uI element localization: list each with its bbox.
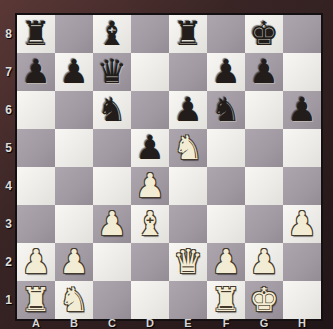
square-c3[interactable]: ♟ [93,205,131,243]
file-label-a: A [17,317,55,329]
piece-white-pawn-d4[interactable]: ♟ [131,167,169,205]
square-d4[interactable]: ♟ [131,167,169,205]
square-b2[interactable]: ♟ [55,243,93,281]
square-h2[interactable] [283,243,321,281]
piece-white-pawn-c3[interactable]: ♟ [93,205,131,243]
file-label-f: F [207,317,245,329]
square-f2[interactable]: ♟ [207,243,245,281]
square-e8[interactable]: ♜ [169,15,207,53]
file-label-h: H [283,317,321,329]
square-h5[interactable] [283,129,321,167]
rank-label-3: 3 [0,205,17,243]
square-a3[interactable] [17,205,55,243]
piece-white-king-g1[interactable]: ♚ [245,281,283,319]
square-g5[interactable] [245,129,283,167]
square-b4[interactable] [55,167,93,205]
square-f8[interactable] [207,15,245,53]
square-d8[interactable] [131,15,169,53]
square-d5[interactable]: ♟ [131,129,169,167]
piece-black-pawn-d5[interactable]: ♟ [131,129,169,167]
square-e7[interactable] [169,53,207,91]
square-a2[interactable]: ♟ [17,243,55,281]
piece-black-pawn-a7[interactable]: ♟ [17,53,55,91]
piece-white-pawn-f2[interactable]: ♟ [207,243,245,281]
square-d1[interactable] [131,281,169,319]
square-h8[interactable] [283,15,321,53]
square-g3[interactable] [245,205,283,243]
square-a7[interactable]: ♟ [17,53,55,91]
square-h3[interactable]: ♟ [283,205,321,243]
piece-black-queen-c7[interactable]: ♛ [93,53,131,91]
file-label-e: E [169,317,207,329]
square-f4[interactable] [207,167,245,205]
square-a4[interactable] [17,167,55,205]
square-g2[interactable]: ♟ [245,243,283,281]
piece-black-knight-c6[interactable]: ♞ [93,91,131,129]
file-label-b: B [55,317,93,329]
square-g4[interactable] [245,167,283,205]
piece-white-queen-e2[interactable]: ♛ [169,243,207,281]
rank-label-4: 4 [0,167,17,205]
square-g8[interactable]: ♚ [245,15,283,53]
file-label-c: C [93,317,131,329]
square-e3[interactable] [169,205,207,243]
chess-board: ♜♝♜♚♟♟♛♟♟♞♟♞♟♟♞♟♟♝♟♟♟♛♟♟♜♞♜♚ [17,15,321,319]
square-b7[interactable]: ♟ [55,53,93,91]
rank-label-8: 8 [0,15,17,53]
square-c2[interactable] [93,243,131,281]
piece-white-rook-a1[interactable]: ♜ [17,281,55,319]
piece-black-king-g8[interactable]: ♚ [245,15,283,53]
square-e6[interactable]: ♟ [169,91,207,129]
square-b8[interactable] [55,15,93,53]
square-h1[interactable] [283,281,321,319]
square-d7[interactable] [131,53,169,91]
square-g6[interactable] [245,91,283,129]
chess-app-window: 87654321 ♜♝♜♚♟♟♛♟♟♞♟♞♟♟♞♟♟♝♟♟♟♛♟♟♜♞♜♚ AB… [0,0,333,329]
square-c4[interactable] [93,167,131,205]
piece-white-pawn-g2[interactable]: ♟ [245,243,283,281]
piece-white-rook-f1[interactable]: ♜ [207,281,245,319]
square-b5[interactable] [55,129,93,167]
square-f5[interactable] [207,129,245,167]
square-c7[interactable]: ♛ [93,53,131,91]
piece-black-pawn-e6[interactable]: ♟ [169,91,207,129]
square-c1[interactable] [93,281,131,319]
rank-label-1: 1 [0,281,17,319]
piece-white-bishop-d3[interactable]: ♝ [131,205,169,243]
piece-black-pawn-h6[interactable]: ♟ [283,91,321,129]
rank-label-column: 87654321 [0,15,17,319]
square-b3[interactable] [55,205,93,243]
rank-label-5: 5 [0,129,17,167]
piece-black-bishop-c8[interactable]: ♝ [93,15,131,53]
piece-black-rook-e8[interactable]: ♜ [169,15,207,53]
rank-label-7: 7 [0,53,17,91]
piece-black-pawn-f7[interactable]: ♟ [207,53,245,91]
square-f1[interactable]: ♜ [207,281,245,319]
square-e4[interactable] [169,167,207,205]
square-d2[interactable] [131,243,169,281]
square-a5[interactable] [17,129,55,167]
square-d3[interactable]: ♝ [131,205,169,243]
piece-white-pawn-h3[interactable]: ♟ [283,205,321,243]
square-c8[interactable]: ♝ [93,15,131,53]
square-b6[interactable] [55,91,93,129]
rank-label-2: 2 [0,243,17,281]
square-f7[interactable]: ♟ [207,53,245,91]
square-a6[interactable] [17,91,55,129]
file-label-d: D [131,317,169,329]
file-label-g: G [245,317,283,329]
square-a1[interactable]: ♜ [17,281,55,319]
piece-black-knight-f6[interactable]: ♞ [207,91,245,129]
square-c6[interactable]: ♞ [93,91,131,129]
square-a8[interactable]: ♜ [17,15,55,53]
piece-white-pawn-b2[interactable]: ♟ [55,243,93,281]
piece-white-knight-e5[interactable]: ♞ [169,129,207,167]
square-c5[interactable] [93,129,131,167]
square-h4[interactable] [283,167,321,205]
square-g7[interactable]: ♟ [245,53,283,91]
file-label-row: ABCDEFGH [17,317,321,329]
square-e5[interactable]: ♞ [169,129,207,167]
square-h7[interactable] [283,53,321,91]
square-g1[interactable]: ♚ [245,281,283,319]
square-e1[interactable] [169,281,207,319]
piece-black-rook-a8[interactable]: ♜ [17,15,55,53]
piece-black-pawn-g7[interactable]: ♟ [245,53,283,91]
piece-white-knight-b1[interactable]: ♞ [55,281,93,319]
piece-black-pawn-b7[interactable]: ♟ [55,53,93,91]
square-h6[interactable]: ♟ [283,91,321,129]
square-f6[interactable]: ♞ [207,91,245,129]
square-e2[interactable]: ♛ [169,243,207,281]
rank-label-6: 6 [0,91,17,129]
square-d6[interactable] [131,91,169,129]
piece-white-pawn-a2[interactable]: ♟ [17,243,55,281]
square-b1[interactable]: ♞ [55,281,93,319]
square-f3[interactable] [207,205,245,243]
